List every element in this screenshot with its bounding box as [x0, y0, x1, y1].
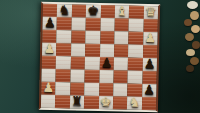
square-e8[interactable] — [100, 5, 115, 18]
square-e1[interactable]: ♚ — [98, 96, 113, 109]
square-f7[interactable] — [114, 18, 129, 31]
piece-light-pawn[interactable]: ♟ — [43, 42, 55, 55]
piece-light-queen[interactable]: ♛ — [145, 5, 157, 18]
square-h1[interactable] — [142, 97, 157, 110]
captured-piece — [190, 57, 199, 65]
square-b8[interactable]: ♞ — [57, 4, 72, 17]
square-d1[interactable] — [84, 96, 99, 109]
piece-dark-rook[interactable]: ♜ — [71, 94, 83, 107]
square-f6[interactable] — [114, 31, 129, 44]
square-b1[interactable] — [55, 95, 70, 108]
square-c4[interactable] — [70, 56, 85, 69]
square-b7[interactable] — [57, 17, 72, 30]
square-f3[interactable] — [113, 70, 128, 83]
square-c1[interactable]: ♜ — [70, 95, 85, 108]
piece-dark-pawn[interactable]: ♟ — [101, 56, 113, 69]
square-c6[interactable] — [71, 30, 86, 43]
square-a4[interactable] — [42, 56, 57, 69]
piece-dark-pawn[interactable]: ♟ — [144, 57, 156, 70]
square-g4[interactable] — [128, 58, 143, 71]
captured-piece — [190, 11, 199, 20]
square-h6[interactable]: ♟ — [143, 32, 158, 45]
piece-light-pawn[interactable]: ♟ — [144, 31, 156, 44]
square-e3[interactable] — [99, 70, 114, 83]
square-f1[interactable] — [113, 96, 128, 109]
square-b2[interactable] — [56, 82, 71, 95]
captured-piece — [185, 33, 194, 41]
captured-piece — [186, 65, 194, 72]
square-b5[interactable] — [56, 43, 71, 56]
square-g1[interactable]: ♞ — [127, 97, 142, 110]
square-c5[interactable] — [71, 43, 86, 56]
square-d6[interactable] — [85, 31, 100, 44]
captured-piece — [191, 25, 200, 33]
chess-board: ♞♚♝♛♟♟♟♟♟♟♟♜♚♞ — [39, 2, 160, 112]
captured-piece — [186, 49, 195, 56]
captured-pieces-pile — [180, 0, 200, 80]
captured-piece — [184, 19, 192, 26]
square-c3[interactable] — [70, 69, 85, 82]
square-b6[interactable] — [57, 30, 72, 43]
square-f2[interactable] — [113, 83, 128, 96]
square-g8[interactable] — [129, 6, 144, 19]
piece-light-bishop[interactable]: ♝ — [116, 4, 128, 17]
square-h4[interactable]: ♟ — [142, 58, 157, 71]
square-f8[interactable]: ♝ — [115, 5, 130, 18]
square-d2[interactable] — [84, 83, 99, 96]
captured-piece — [192, 41, 200, 49]
piece-dark-pawn[interactable]: ♟ — [143, 83, 155, 96]
square-f5[interactable] — [114, 44, 129, 57]
square-a1[interactable] — [41, 95, 56, 108]
square-b3[interactable] — [56, 69, 71, 82]
square-a7[interactable]: ♟ — [43, 17, 58, 30]
piece-dark-pawn[interactable]: ♟ — [44, 16, 56, 29]
board-grid: ♞♚♝♛♟♟♟♟♟♟♟♜♚♞ — [41, 4, 158, 110]
square-f4[interactable] — [114, 57, 129, 70]
square-g5[interactable] — [128, 45, 143, 58]
square-a2[interactable]: ♟ — [41, 82, 56, 95]
piece-light-pawn[interactable]: ♟ — [43, 81, 55, 94]
piece-dark-king[interactable]: ♚ — [87, 4, 99, 17]
square-g7[interactable] — [129, 19, 144, 32]
square-h2[interactable]: ♟ — [142, 84, 157, 97]
square-e6[interactable] — [100, 31, 115, 44]
square-c7[interactable] — [71, 17, 86, 30]
square-c8[interactable] — [72, 4, 87, 17]
square-e7[interactable] — [100, 18, 115, 31]
square-d3[interactable] — [85, 70, 100, 83]
square-d5[interactable] — [85, 44, 100, 57]
square-d4[interactable] — [85, 57, 100, 70]
square-g6[interactable] — [129, 32, 144, 45]
table-surface: ♞♚♝♛♟♟♟♟♟♟♟♜♚♞ — [0, 0, 200, 113]
square-b4[interactable] — [56, 56, 71, 69]
captured-piece — [187, 1, 198, 9]
square-g3[interactable] — [128, 71, 143, 84]
square-d7[interactable] — [86, 18, 101, 31]
square-h8[interactable]: ♛ — [143, 6, 158, 19]
piece-light-knight[interactable]: ♞ — [129, 96, 141, 109]
square-d8[interactable]: ♚ — [86, 5, 101, 18]
piece-light-king[interactable]: ♚ — [100, 95, 112, 108]
square-e4[interactable]: ♟ — [99, 57, 114, 70]
square-a5[interactable]: ♟ — [42, 43, 57, 56]
piece-dark-knight[interactable]: ♞ — [59, 3, 71, 16]
